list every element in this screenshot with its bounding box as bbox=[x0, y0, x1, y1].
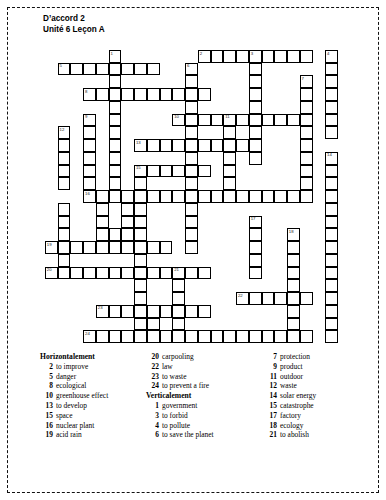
cell-number: 12 bbox=[60, 127, 65, 132]
crossword-cell[interactable]: 23 bbox=[96, 305, 109, 318]
cell-number: 9 bbox=[85, 114, 87, 119]
crossword-cell[interactable] bbox=[325, 279, 338, 292]
crossword-cell[interactable] bbox=[96, 330, 109, 343]
cell-number: 1 bbox=[110, 51, 112, 56]
crossword-cell[interactable] bbox=[185, 114, 198, 127]
clue-number: 15 bbox=[264, 401, 277, 411]
crossword-cell[interactable] bbox=[134, 241, 147, 254]
crossword-cell[interactable] bbox=[96, 190, 109, 203]
crossword-cell[interactable] bbox=[249, 292, 262, 305]
crossword-cell[interactable] bbox=[121, 305, 134, 318]
crossword-cell[interactable] bbox=[96, 241, 109, 254]
clue-item: 12waste bbox=[264, 381, 352, 391]
crossword-cell[interactable] bbox=[83, 177, 96, 190]
clue-text: government bbox=[159, 401, 197, 411]
crossword-cell[interactable]: 4 bbox=[325, 50, 338, 63]
crossword-cell[interactable]: 17 bbox=[249, 216, 262, 229]
clue-text: product bbox=[277, 362, 303, 372]
crossword-cell[interactable] bbox=[198, 267, 211, 280]
crossword-cell[interactable] bbox=[58, 152, 71, 165]
crossword-cell[interactable] bbox=[121, 330, 134, 343]
clue-text: solar energy bbox=[277, 391, 316, 401]
crossword-cell[interactable] bbox=[262, 292, 275, 305]
crossword-cell[interactable]: 19 bbox=[45, 241, 58, 254]
crossword-cell[interactable]: 20 bbox=[45, 267, 58, 280]
crossword-cell[interactable] bbox=[300, 190, 313, 203]
clue-text: waste bbox=[277, 381, 297, 391]
crossword-cell[interactable] bbox=[70, 267, 83, 280]
crossword-cell[interactable] bbox=[109, 152, 122, 165]
crossword-cell[interactable] bbox=[83, 63, 96, 76]
cell-number: 4 bbox=[327, 51, 329, 56]
crossword-cell[interactable] bbox=[300, 101, 313, 114]
cell-number: 17 bbox=[251, 216, 256, 221]
crossword-cell[interactable] bbox=[249, 139, 262, 152]
crossword-cell[interactable] bbox=[185, 190, 198, 203]
crossword-cell[interactable] bbox=[249, 190, 262, 203]
crossword-cell[interactable] bbox=[58, 139, 71, 152]
crossword-cell[interactable] bbox=[287, 267, 300, 280]
crossword-cell[interactable] bbox=[287, 279, 300, 292]
crossword-cell[interactable] bbox=[147, 88, 160, 101]
crossword-cell[interactable] bbox=[185, 203, 198, 216]
crossword-cell[interactable] bbox=[198, 330, 211, 343]
crossword-cell[interactable] bbox=[236, 50, 249, 63]
crossword-cell[interactable] bbox=[147, 139, 160, 152]
crossword-cell[interactable] bbox=[83, 152, 96, 165]
crossword-cell[interactable] bbox=[325, 126, 338, 139]
crossword-cell[interactable] bbox=[325, 190, 338, 203]
crossword-cell[interactable] bbox=[274, 114, 287, 127]
cell-number: 7 bbox=[302, 76, 304, 81]
crossword-cell[interactable] bbox=[249, 126, 262, 139]
clue-number: 17 bbox=[264, 411, 277, 421]
crossword-cell[interactable] bbox=[325, 318, 338, 331]
crossword-cell[interactable] bbox=[325, 203, 338, 216]
crossword-cell[interactable] bbox=[172, 292, 185, 305]
crossword-cell[interactable] bbox=[185, 267, 198, 280]
crossword-cell[interactable] bbox=[223, 177, 236, 190]
crossword-cell[interactable]: 2 bbox=[198, 50, 211, 63]
crossword-cell[interactable] bbox=[249, 88, 262, 101]
crossword-cell[interactable] bbox=[121, 88, 134, 101]
crossword-cell[interactable] bbox=[121, 267, 134, 280]
crossword-cell[interactable] bbox=[109, 75, 122, 88]
crossword-cell[interactable] bbox=[121, 63, 134, 76]
clue-text: to save the planet bbox=[159, 430, 214, 440]
crossword-cell[interactable] bbox=[300, 330, 313, 343]
clue-item: 16nuclear plant bbox=[40, 421, 146, 431]
crossword-cell[interactable] bbox=[121, 203, 134, 216]
crossword-cell[interactable] bbox=[185, 216, 198, 229]
crossword-cell[interactable] bbox=[96, 216, 109, 229]
crossword-cell[interactable] bbox=[249, 267, 262, 280]
crossword-cell[interactable] bbox=[274, 330, 287, 343]
crossword-cell[interactable] bbox=[325, 241, 338, 254]
crossword-cell[interactable] bbox=[325, 305, 338, 318]
crossword-cell[interactable] bbox=[211, 50, 224, 63]
crossword-cell[interactable] bbox=[236, 330, 249, 343]
crossword-cell[interactable]: 18 bbox=[287, 228, 300, 241]
crossword-cell[interactable] bbox=[172, 165, 185, 178]
worksheet-page: D’accord 2 Unité 6 Leçon A 1234567891011… bbox=[0, 0, 386, 500]
cell-number: 5 bbox=[60, 63, 62, 68]
crossword-cell[interactable] bbox=[249, 330, 262, 343]
crossword-cell[interactable] bbox=[58, 165, 71, 178]
crossword-cell[interactable] bbox=[160, 241, 173, 254]
crossword-cell[interactable] bbox=[58, 177, 71, 190]
crossword-cell[interactable] bbox=[109, 139, 122, 152]
clue-number: 20 bbox=[146, 352, 159, 362]
crossword-cell[interactable] bbox=[287, 318, 300, 331]
crossword-cell[interactable] bbox=[198, 139, 211, 152]
crossword-cell[interactable] bbox=[211, 139, 224, 152]
crossword-cell[interactable] bbox=[121, 241, 134, 254]
crossword-cell[interactable] bbox=[211, 330, 224, 343]
crossword-cell[interactable] bbox=[134, 177, 147, 190]
crossword-cell[interactable] bbox=[147, 330, 160, 343]
crossword-cell[interactable]: 1 bbox=[109, 50, 122, 63]
crossword-cell[interactable] bbox=[134, 63, 147, 76]
crossword-cell[interactable] bbox=[172, 279, 185, 292]
crossword-cell[interactable] bbox=[300, 139, 313, 152]
crossword-cell[interactable] bbox=[109, 241, 122, 254]
crossword-cell[interactable] bbox=[83, 241, 96, 254]
crossword-cell[interactable] bbox=[300, 177, 313, 190]
clue-text: to abolish bbox=[277, 430, 309, 440]
crossword-cell[interactable] bbox=[300, 114, 313, 127]
crossword-cell[interactable] bbox=[134, 88, 147, 101]
clue-number: 22 bbox=[146, 362, 159, 372]
crossword-cell[interactable]: 24 bbox=[83, 330, 96, 343]
clue-item: 23to waste bbox=[146, 372, 264, 382]
crossword-cell[interactable] bbox=[185, 177, 198, 190]
crossword-cell[interactable] bbox=[287, 254, 300, 267]
cell-number: 13 bbox=[136, 140, 141, 145]
crossword-cell[interactable] bbox=[262, 330, 275, 343]
crossword-cell[interactable] bbox=[185, 139, 198, 152]
crossword-cell[interactable] bbox=[287, 190, 300, 203]
clue-number: 16 bbox=[40, 421, 53, 431]
crossword-cell[interactable] bbox=[300, 88, 313, 101]
crossword-cell[interactable] bbox=[160, 190, 173, 203]
crossword-cell[interactable] bbox=[83, 267, 96, 280]
crossword-cell[interactable] bbox=[58, 228, 71, 241]
crossword-cell[interactable] bbox=[109, 228, 122, 241]
crossword-cell[interactable]: 12 bbox=[58, 126, 71, 139]
crossword-cell[interactable] bbox=[185, 75, 198, 88]
crossword-cell[interactable] bbox=[223, 330, 236, 343]
crossword-cell[interactable] bbox=[185, 88, 198, 101]
crossword-cell[interactable]: 16 bbox=[83, 190, 96, 203]
crossword-cell[interactable] bbox=[262, 50, 275, 63]
crossword-cell[interactable] bbox=[325, 292, 338, 305]
crossword-cell[interactable] bbox=[83, 126, 96, 139]
crossword-cell[interactable] bbox=[325, 228, 338, 241]
crossword-cell[interactable] bbox=[262, 114, 275, 127]
crossword-cell[interactable] bbox=[172, 88, 185, 101]
clue-text: to develop bbox=[53, 401, 87, 411]
crossword-cell[interactable] bbox=[325, 75, 338, 88]
crossword-cell[interactable] bbox=[211, 114, 224, 127]
crossword-cell[interactable] bbox=[96, 203, 109, 216]
crossword-cell[interactable] bbox=[96, 63, 109, 76]
crossword-cell[interactable]: 11 bbox=[223, 114, 236, 127]
cell-number: 20 bbox=[47, 267, 52, 272]
crossword-cell[interactable] bbox=[96, 228, 109, 241]
crossword-cell[interactable] bbox=[223, 139, 236, 152]
crossword-cell[interactable] bbox=[134, 190, 147, 203]
across-header: Horizontalement bbox=[40, 352, 146, 362]
crossword-cell[interactable] bbox=[109, 305, 122, 318]
crossword-cell[interactable] bbox=[185, 305, 198, 318]
crossword-cell[interactable] bbox=[249, 101, 262, 114]
cell-number: 16 bbox=[85, 191, 90, 196]
crossword-cell[interactable] bbox=[160, 267, 173, 280]
crossword-cell[interactable] bbox=[109, 88, 122, 101]
clue-item: 1government bbox=[146, 401, 264, 411]
crossword-cell[interactable] bbox=[236, 190, 249, 203]
crossword-cell[interactable] bbox=[300, 126, 313, 139]
crossword-cell[interactable] bbox=[300, 165, 313, 178]
crossword-cell[interactable] bbox=[198, 305, 211, 318]
crossword-cell[interactable]: 14 bbox=[325, 152, 338, 165]
crossword-cell[interactable] bbox=[274, 292, 287, 305]
crossword-cell[interactable] bbox=[185, 101, 198, 114]
clue-text: nuclear plant bbox=[53, 421, 94, 431]
crossword-cell[interactable] bbox=[198, 114, 211, 127]
cell-number: 10 bbox=[174, 114, 179, 119]
crossword-cell[interactable] bbox=[121, 190, 134, 203]
cell-number: 23 bbox=[98, 305, 103, 310]
clue-item: 9product bbox=[264, 362, 352, 372]
crossword-cell[interactable] bbox=[134, 305, 147, 318]
crossword-cell[interactable] bbox=[287, 114, 300, 127]
crossword-cell[interactable] bbox=[211, 190, 224, 203]
crossword-cell[interactable] bbox=[58, 267, 71, 280]
crossword-cell[interactable] bbox=[185, 330, 198, 343]
crossword-cell[interactable] bbox=[83, 165, 96, 178]
crossword-cell[interactable] bbox=[134, 254, 147, 267]
crossword-cell[interactable] bbox=[172, 139, 185, 152]
crossword-cell[interactable] bbox=[249, 63, 262, 76]
clue-number: 2 bbox=[40, 362, 53, 372]
crossword-cell[interactable]: 22 bbox=[236, 292, 249, 305]
crossword-cell[interactable] bbox=[172, 318, 185, 331]
crossword-cell[interactable] bbox=[236, 139, 249, 152]
crossword-cell[interactable]: 9 bbox=[83, 114, 96, 127]
crossword-cell[interactable] bbox=[185, 165, 198, 178]
crossword-cell[interactable]: 3 bbox=[249, 50, 262, 63]
clue-number: 4 bbox=[146, 421, 159, 431]
clue-item: 17factory bbox=[264, 411, 352, 421]
crossword-cell[interactable] bbox=[300, 292, 313, 305]
cell-number: 15 bbox=[136, 165, 141, 170]
crossword-cell[interactable] bbox=[134, 267, 147, 280]
crossword-cell[interactable] bbox=[147, 267, 160, 280]
down-header: Verticalement bbox=[146, 391, 264, 401]
crossword-cell[interactable] bbox=[325, 177, 338, 190]
clue-number: 5 bbox=[40, 372, 53, 382]
crossword-cell[interactable] bbox=[325, 216, 338, 229]
crossword-cell[interactable] bbox=[109, 165, 122, 178]
crossword-cell[interactable] bbox=[325, 101, 338, 114]
clue-column-1: Horizontalement2to improve5danger8ecolog… bbox=[40, 352, 146, 440]
crossword-cell[interactable] bbox=[223, 152, 236, 165]
cell-number: 3 bbox=[251, 51, 253, 56]
clue-text: to waste bbox=[159, 372, 186, 382]
crossword-cell[interactable]: 7 bbox=[300, 75, 313, 88]
crossword-cell[interactable] bbox=[172, 190, 185, 203]
crossword-cell[interactable] bbox=[109, 330, 122, 343]
clue-number: 24 bbox=[146, 381, 159, 391]
clue-text: ecological bbox=[53, 381, 86, 391]
cell-number: 24 bbox=[85, 331, 90, 336]
clue-number: 1 bbox=[146, 401, 159, 411]
crossword-cell[interactable] bbox=[134, 203, 147, 216]
crossword-cell[interactable] bbox=[274, 190, 287, 203]
crossword-cell[interactable] bbox=[198, 190, 211, 203]
crossword-cell[interactable]: 13 bbox=[134, 139, 147, 152]
clue-item: 3to forbid bbox=[146, 411, 264, 421]
crossword-cell[interactable] bbox=[287, 330, 300, 343]
clue-item: 22law bbox=[146, 362, 264, 372]
crossword-cell[interactable] bbox=[249, 228, 262, 241]
crossword-cell[interactable] bbox=[70, 241, 83, 254]
crossword-cell[interactable] bbox=[109, 101, 122, 114]
crossword-cell[interactable] bbox=[287, 241, 300, 254]
clue-number: 6 bbox=[146, 430, 159, 440]
crossword-cell[interactable] bbox=[109, 63, 122, 76]
crossword-cell[interactable] bbox=[147, 241, 160, 254]
clue-item: 18ecology bbox=[264, 421, 352, 431]
crossword-cell[interactable] bbox=[249, 114, 262, 127]
title-line-2: Unité 6 Leçon A bbox=[43, 24, 105, 35]
crossword-cell[interactable] bbox=[249, 75, 262, 88]
crossword-cell[interactable] bbox=[172, 330, 185, 343]
crossword-cell[interactable] bbox=[109, 267, 122, 280]
clue-item: 14solar energy bbox=[264, 391, 352, 401]
crossword-cell[interactable]: 10 bbox=[172, 114, 185, 127]
crossword-cell[interactable] bbox=[121, 228, 134, 241]
crossword-cell[interactable] bbox=[58, 216, 71, 229]
crossword-cell[interactable] bbox=[109, 177, 122, 190]
crossword-cell[interactable] bbox=[300, 50, 313, 63]
crossword-cell[interactable] bbox=[249, 254, 262, 267]
crossword-cell[interactable]: 8 bbox=[83, 88, 96, 101]
crossword-cell[interactable] bbox=[83, 139, 96, 152]
crossword-cell[interactable] bbox=[147, 165, 160, 178]
crossword-cell[interactable] bbox=[325, 254, 338, 267]
crossword-cell[interactable] bbox=[121, 216, 134, 229]
crossword-cell[interactable]: 21 bbox=[172, 267, 185, 280]
crossword-cell[interactable] bbox=[249, 241, 262, 254]
crossword-cell[interactable] bbox=[185, 241, 198, 254]
crossword-cell[interactable] bbox=[134, 216, 147, 229]
crossword-cell[interactable] bbox=[134, 318, 147, 331]
clue-text: carpooling bbox=[159, 352, 194, 362]
crossword-grid: 123456789101112131415161718192021222324 bbox=[45, 50, 338, 343]
crossword-cell[interactable] bbox=[185, 126, 198, 139]
clue-item: 8ecological bbox=[40, 381, 146, 391]
clue-item: 19acid rain bbox=[40, 430, 146, 440]
crossword-cell[interactable] bbox=[58, 203, 71, 216]
crossword-cell[interactable] bbox=[198, 88, 211, 101]
crossword-cell[interactable] bbox=[160, 305, 173, 318]
clue-number: 18 bbox=[264, 421, 277, 431]
crossword-cell[interactable] bbox=[325, 267, 338, 280]
crossword-cell[interactable] bbox=[172, 305, 185, 318]
crossword-cell[interactable] bbox=[109, 190, 122, 203]
clue-text: outdoor bbox=[277, 372, 303, 382]
crossword-cell[interactable] bbox=[325, 165, 338, 178]
crossword-cell[interactable] bbox=[134, 228, 147, 241]
crossword-cell[interactable] bbox=[96, 267, 109, 280]
crossword-cell[interactable] bbox=[287, 292, 300, 305]
clue-item: 11outdoor bbox=[264, 372, 352, 382]
clue-item: 15catastrophe bbox=[264, 401, 352, 411]
crossword-cell[interactable] bbox=[185, 152, 198, 165]
crossword-cell[interactable] bbox=[223, 190, 236, 203]
crossword-cell[interactable] bbox=[325, 63, 338, 76]
clue-text: ecology bbox=[277, 421, 303, 431]
crossword-cell[interactable]: 15 bbox=[134, 165, 147, 178]
crossword-cell[interactable] bbox=[287, 305, 300, 318]
clue-number: 9 bbox=[264, 362, 277, 372]
title-line-1: D’accord 2 bbox=[43, 13, 105, 24]
crossword-cell[interactable] bbox=[223, 126, 236, 139]
clue-number: 13 bbox=[40, 401, 53, 411]
crossword-cell[interactable] bbox=[147, 305, 160, 318]
crossword-cell[interactable] bbox=[160, 330, 173, 343]
crossword-cell[interactable] bbox=[134, 330, 147, 343]
crossword-cell[interactable] bbox=[223, 165, 236, 178]
cell-number: 18 bbox=[289, 229, 294, 234]
crossword-cell[interactable] bbox=[160, 88, 173, 101]
crossword-cell[interactable] bbox=[160, 165, 173, 178]
crossword-cell[interactable] bbox=[147, 63, 160, 76]
crossword-cell[interactable] bbox=[109, 114, 122, 127]
crossword-cell[interactable] bbox=[134, 292, 147, 305]
crossword-cell[interactable] bbox=[160, 139, 173, 152]
crossword-cell[interactable] bbox=[262, 190, 275, 203]
crossword-cell[interactable] bbox=[223, 50, 236, 63]
crossword-cell[interactable] bbox=[300, 152, 313, 165]
crossword-cell[interactable] bbox=[58, 241, 71, 254]
crossword-cell[interactable] bbox=[147, 190, 160, 203]
crossword-cell[interactable] bbox=[109, 126, 122, 139]
crossword-cell[interactable] bbox=[134, 279, 147, 292]
crossword-cell[interactable] bbox=[325, 330, 338, 343]
crossword-cell[interactable] bbox=[185, 228, 198, 241]
crossword-cell[interactable] bbox=[287, 50, 300, 63]
crossword-cell[interactable] bbox=[236, 114, 249, 127]
clue-item: 15space bbox=[40, 411, 146, 421]
crossword-cell[interactable]: 5 bbox=[58, 63, 71, 76]
clue-item: 13to develop bbox=[40, 401, 146, 411]
crossword-cell[interactable] bbox=[325, 114, 338, 127]
crossword-cell[interactable] bbox=[147, 318, 160, 331]
crossword-cell[interactable] bbox=[58, 254, 71, 267]
crossword-cell[interactable] bbox=[198, 165, 211, 178]
crossword-cell[interactable]: 6 bbox=[185, 63, 198, 76]
crossword-cell[interactable] bbox=[274, 50, 287, 63]
crossword-cell[interactable] bbox=[96, 88, 109, 101]
crossword-cell[interactable] bbox=[70, 63, 83, 76]
crossword-cell[interactable] bbox=[325, 88, 338, 101]
clue-item: 4to pollute bbox=[146, 421, 264, 431]
crossword-cell[interactable] bbox=[249, 152, 262, 165]
